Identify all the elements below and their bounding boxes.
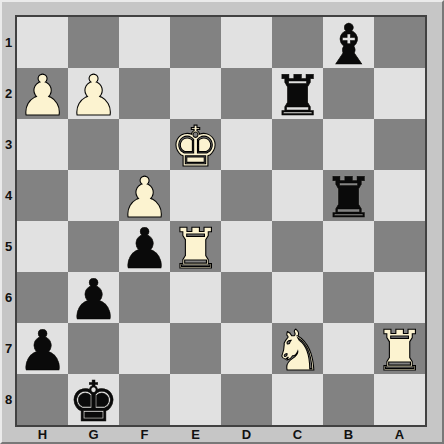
square-b1[interactable]: ♝ xyxy=(323,17,374,68)
square-c1[interactable] xyxy=(272,17,323,68)
square-c6[interactable] xyxy=(272,272,323,323)
square-f7[interactable] xyxy=(119,323,170,374)
square-f8[interactable] xyxy=(119,374,170,425)
square-a2[interactable] xyxy=(374,68,425,119)
square-h1[interactable] xyxy=(17,17,68,68)
rank-label-6: 6 xyxy=(2,272,15,323)
square-d3[interactable] xyxy=(221,119,272,170)
square-b3[interactable] xyxy=(323,119,374,170)
square-a6[interactable] xyxy=(374,272,425,323)
file-label-a: A xyxy=(374,427,425,442)
piece-black-rook[interactable]: ♜ xyxy=(323,172,373,223)
piece-black-rook[interactable]: ♜ xyxy=(272,70,322,121)
square-f5[interactable]: ♟ xyxy=(119,221,170,272)
square-e5[interactable]: ♜ xyxy=(170,221,221,272)
file-label-c: C xyxy=(272,427,323,442)
square-b7[interactable] xyxy=(323,323,374,374)
square-g1[interactable] xyxy=(68,17,119,68)
square-g4[interactable] xyxy=(68,170,119,221)
square-a4[interactable] xyxy=(374,170,425,221)
square-b6[interactable] xyxy=(323,272,374,323)
rank-labels: 12345678 xyxy=(2,17,15,425)
square-d1[interactable] xyxy=(221,17,272,68)
square-c5[interactable] xyxy=(272,221,323,272)
piece-white-rook[interactable]: ♜ xyxy=(170,223,220,274)
piece-black-pawn[interactable]: ♟ xyxy=(119,223,169,274)
square-d6[interactable] xyxy=(221,272,272,323)
square-h2[interactable]: ♟ xyxy=(17,68,68,119)
rank-label-3: 3 xyxy=(2,119,15,170)
file-label-d: D xyxy=(221,427,272,442)
rank-label-5: 5 xyxy=(2,221,15,272)
piece-white-pawn[interactable]: ♟ xyxy=(68,70,118,121)
piece-white-pawn[interactable]: ♟ xyxy=(17,70,67,121)
file-label-g: G xyxy=(68,427,119,442)
file-label-f: F xyxy=(119,427,170,442)
rank-label-8: 8 xyxy=(2,374,15,425)
square-f4[interactable]: ♟ xyxy=(119,170,170,221)
square-d4[interactable] xyxy=(221,170,272,221)
square-e8[interactable] xyxy=(170,374,221,425)
piece-white-knight[interactable]: ♞ xyxy=(272,325,322,376)
square-f1[interactable] xyxy=(119,17,170,68)
square-h7[interactable]: ♟ xyxy=(17,323,68,374)
piece-black-bishop[interactable]: ♝ xyxy=(323,19,373,70)
square-h5[interactable] xyxy=(17,221,68,272)
square-g2[interactable]: ♟ xyxy=(68,68,119,119)
square-b4[interactable]: ♜ xyxy=(323,170,374,221)
file-label-h: H xyxy=(17,427,68,442)
rank-label-1: 1 xyxy=(2,17,15,68)
square-c4[interactable] xyxy=(272,170,323,221)
file-label-b: B xyxy=(323,427,374,442)
square-d2[interactable] xyxy=(221,68,272,119)
rank-label-4: 4 xyxy=(2,170,15,221)
square-d7[interactable] xyxy=(221,323,272,374)
piece-black-king[interactable]: ♚ xyxy=(68,376,118,427)
square-a1[interactable] xyxy=(374,17,425,68)
square-a5[interactable] xyxy=(374,221,425,272)
square-g5[interactable] xyxy=(68,221,119,272)
square-f3[interactable] xyxy=(119,119,170,170)
chess-board: ♝♟♟♜♚♟♜♟♜♟♟♞♜♚ xyxy=(15,15,427,427)
square-e1[interactable] xyxy=(170,17,221,68)
file-label-e: E xyxy=(170,427,221,442)
piece-black-pawn[interactable]: ♟ xyxy=(68,274,118,325)
square-g8[interactable]: ♚ xyxy=(68,374,119,425)
rank-label-2: 2 xyxy=(2,68,15,119)
square-c2[interactable]: ♜ xyxy=(272,68,323,119)
square-e7[interactable] xyxy=(170,323,221,374)
square-e2[interactable] xyxy=(170,68,221,119)
piece-black-pawn[interactable]: ♟ xyxy=(17,325,67,376)
square-d5[interactable] xyxy=(221,221,272,272)
piece-white-rook[interactable]: ♜ xyxy=(374,325,424,376)
square-h6[interactable] xyxy=(17,272,68,323)
square-f2[interactable] xyxy=(119,68,170,119)
file-labels: HGFEDCBA xyxy=(17,426,425,442)
rank-label-7: 7 xyxy=(2,323,15,374)
square-g6[interactable]: ♟ xyxy=(68,272,119,323)
piece-white-king[interactable]: ♚ xyxy=(170,121,220,172)
square-h4[interactable] xyxy=(17,170,68,221)
square-e3[interactable]: ♚ xyxy=(170,119,221,170)
square-b8[interactable] xyxy=(323,374,374,425)
square-a7[interactable]: ♜ xyxy=(374,323,425,374)
square-a3[interactable] xyxy=(374,119,425,170)
square-d8[interactable] xyxy=(221,374,272,425)
square-c7[interactable]: ♞ xyxy=(272,323,323,374)
chessboard-frame: 12345678 ♝♟♟♜♚♟♜♟♜♟♟♞♜♚ HGFEDCBA xyxy=(0,0,444,444)
